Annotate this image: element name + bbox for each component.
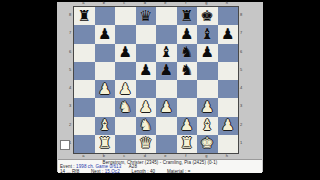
square-c4[interactable]: ♟: [115, 80, 136, 98]
rank-label-6-right: 6: [239, 50, 243, 54]
square-a6[interactable]: [74, 44, 95, 62]
square-g6[interactable]: ♟: [197, 44, 218, 62]
last-move: 14 ... Rf8: [60, 169, 79, 174]
rank-label-6-left: 6: [68, 50, 72, 54]
black-pawn[interactable]: ♟: [201, 45, 214, 60]
rank-label-3-right: 3: [239, 104, 243, 108]
rank-label-5-right: 5: [239, 68, 243, 72]
square-d6[interactable]: [136, 44, 157, 62]
black-bishop[interactable]: ♝: [201, 26, 214, 41]
next-move[interactable]: 15.Qc2: [105, 169, 120, 174]
square-g5[interactable]: [197, 62, 218, 80]
file-label-d-bottom: d: [135, 154, 156, 158]
square-d1[interactable]: ♛: [136, 135, 157, 153]
white-rook[interactable]: ♜: [98, 136, 111, 151]
white-pawn[interactable]: ♟: [160, 99, 173, 114]
square-g1[interactable]: ♚: [197, 135, 218, 153]
black-pawn[interactable]: ♟: [180, 26, 193, 41]
black-queen[interactable]: ♛: [139, 8, 152, 23]
square-a3[interactable]: [74, 98, 95, 116]
white-rook[interactable]: ♜: [180, 136, 193, 151]
file-label-f-bottom: f: [176, 154, 197, 158]
square-h6[interactable]: [218, 44, 239, 62]
square-b3[interactable]: [95, 98, 116, 116]
square-b6[interactable]: [95, 44, 116, 62]
square-g8[interactable]: ♚: [197, 7, 218, 25]
white-pawn[interactable]: ♟: [98, 81, 111, 96]
square-h4[interactable]: [218, 80, 239, 98]
status-line: 14 ... Rf8 Next : 15.Qc2 Length : 40 Mat…: [58, 170, 262, 175]
black-pawn[interactable]: ♟: [160, 63, 173, 78]
file-label-h-top: h: [217, 1, 238, 5]
square-d8[interactable]: ♛: [136, 7, 157, 25]
white-bishop[interactable]: ♝: [98, 118, 111, 133]
black-knight[interactable]: ♞: [180, 63, 193, 78]
game-info-footer: Bergstrom, Christer (2345) - Cramling, P…: [58, 159, 262, 173]
file-label-c-top: c: [114, 1, 135, 5]
square-h8[interactable]: [218, 7, 239, 25]
square-g3[interactable]: ♟: [197, 98, 218, 116]
rank-label-1-right: 1: [239, 141, 243, 145]
video-frame: ♜♛♜♚♟♟♝♟♟♝♞♟♟♟♞♟♟♞♟♟♟♝♞♟♝♟♜♛♜♚ aabbccdde…: [0, 0, 320, 180]
side-to-move-indicator: [60, 140, 70, 150]
black-rook[interactable]: ♜: [180, 8, 193, 23]
length-label: Length :: [132, 169, 149, 174]
file-label-a-bottom: a: [73, 154, 94, 158]
black-pawn[interactable]: ♟: [139, 63, 152, 78]
square-e8[interactable]: [156, 7, 177, 25]
square-c5[interactable]: [115, 62, 136, 80]
black-rook[interactable]: ♜: [78, 8, 91, 23]
square-d7[interactable]: [136, 25, 157, 43]
square-h5[interactable]: [218, 62, 239, 80]
black-pawn[interactable]: ♟: [119, 45, 132, 60]
square-b8[interactable]: [95, 7, 116, 25]
square-f7[interactable]: ♟: [177, 25, 198, 43]
square-f6[interactable]: ♞: [177, 44, 198, 62]
square-a1[interactable]: [74, 135, 95, 153]
white-pawn[interactable]: ♟: [221, 118, 234, 133]
square-b1[interactable]: ♜: [95, 135, 116, 153]
square-f8[interactable]: ♜: [177, 7, 198, 25]
file-label-d-top: d: [135, 1, 156, 5]
square-b4[interactable]: ♟: [95, 80, 116, 98]
rank-label-8-left: 8: [68, 13, 72, 17]
file-label-h-bottom: h: [217, 154, 238, 158]
square-a2[interactable]: [74, 117, 95, 135]
file-label-a-top: a: [73, 1, 94, 5]
square-d5[interactable]: ♟: [136, 62, 157, 80]
square-d4[interactable]: [136, 80, 157, 98]
square-g4[interactable]: [197, 80, 218, 98]
white-pawn[interactable]: ♟: [119, 81, 132, 96]
chess-viewer-panel: ♜♛♜♚♟♟♝♟♟♝♞♟♟♟♞♟♟♞♟♟♟♝♞♟♝♟♜♛♜♚ aabbccdde…: [57, 2, 263, 172]
black-bishop[interactable]: ♝: [160, 45, 173, 60]
file-label-f-top: f: [176, 1, 197, 5]
white-king[interactable]: ♚: [201, 136, 214, 151]
file-label-g-top: g: [196, 1, 217, 5]
file-label-b-top: b: [94, 1, 115, 5]
black-knight[interactable]: ♞: [180, 45, 193, 60]
file-label-e-bottom: e: [155, 154, 176, 158]
square-h7[interactable]: ♟: [218, 25, 239, 43]
square-a4[interactable]: [74, 80, 95, 98]
square-g2[interactable]: ♝: [197, 117, 218, 135]
square-h3[interactable]: [218, 98, 239, 116]
square-c2[interactable]: [115, 117, 136, 135]
square-a8[interactable]: ♜: [74, 7, 95, 25]
square-d2[interactable]: ♞: [136, 117, 157, 135]
material-label: Material :: [167, 169, 187, 174]
file-label-c-bottom: c: [114, 154, 135, 158]
square-f1[interactable]: ♜: [177, 135, 198, 153]
file-label-b-bottom: b: [94, 154, 115, 158]
white-pawn[interactable]: ♟: [139, 99, 152, 114]
white-queen[interactable]: ♛: [139, 136, 152, 151]
square-g7[interactable]: ♝: [197, 25, 218, 43]
black-king[interactable]: ♚: [201, 8, 214, 23]
square-e2[interactable]: [156, 117, 177, 135]
white-knight[interactable]: ♞: [139, 118, 152, 133]
square-f5[interactable]: ♞: [177, 62, 198, 80]
square-e6[interactable]: ♝: [156, 44, 177, 62]
rank-label-2-right: 2: [239, 123, 243, 127]
square-b7[interactable]: ♟: [95, 25, 116, 43]
next-label: Next :: [91, 169, 103, 174]
rank-label-7-left: 7: [68, 31, 72, 35]
square-c6[interactable]: ♟: [115, 44, 136, 62]
square-b5[interactable]: [95, 62, 116, 80]
rank-label-4-right: 4: [239, 86, 243, 90]
rank-label-5-left: 5: [68, 68, 72, 72]
white-knight[interactable]: ♞: [119, 99, 132, 114]
square-h1[interactable]: [218, 135, 239, 153]
square-f3[interactable]: [177, 98, 198, 116]
rank-label-3-left: 3: [68, 104, 72, 108]
rank-label-7-right: 7: [239, 31, 243, 35]
square-f4[interactable]: [177, 80, 198, 98]
square-a5[interactable]: [74, 62, 95, 80]
square-e3[interactable]: ♟: [156, 98, 177, 116]
square-e5[interactable]: ♟: [156, 62, 177, 80]
material-value: =: [188, 169, 191, 174]
rank-label-2-left: 2: [68, 123, 72, 127]
rank-label-4-left: 4: [68, 86, 72, 90]
length-value: 40: [150, 169, 155, 174]
square-e4[interactable]: [156, 80, 177, 98]
square-c3[interactable]: ♞: [115, 98, 136, 116]
rank-label-8-right: 8: [239, 13, 243, 17]
black-pawn[interactable]: ♟: [98, 26, 111, 41]
square-e1[interactable]: [156, 135, 177, 153]
square-c1[interactable]: [115, 135, 136, 153]
black-pawn[interactable]: ♟: [221, 26, 234, 41]
square-a7[interactable]: [74, 25, 95, 43]
square-d3[interactable]: ♟: [136, 98, 157, 116]
square-c8[interactable]: [115, 7, 136, 25]
file-label-g-bottom: g: [196, 154, 217, 158]
white-bishop[interactable]: ♝: [201, 118, 214, 133]
square-f2[interactable]: ♟: [177, 117, 198, 135]
file-label-e-top: e: [155, 1, 176, 5]
square-e7[interactable]: [156, 25, 177, 43]
square-h2[interactable]: ♟: [218, 117, 239, 135]
chess-board[interactable]: ♜♛♜♚♟♟♝♟♟♝♞♟♟♟♞♟♟♞♟♟♟♝♞♟♝♟♜♛♜♚: [73, 6, 239, 154]
square-c7[interactable]: [115, 25, 136, 43]
white-pawn[interactable]: ♟: [201, 99, 214, 114]
square-b2[interactable]: ♝: [95, 117, 116, 135]
white-pawn[interactable]: ♟: [180, 118, 193, 133]
